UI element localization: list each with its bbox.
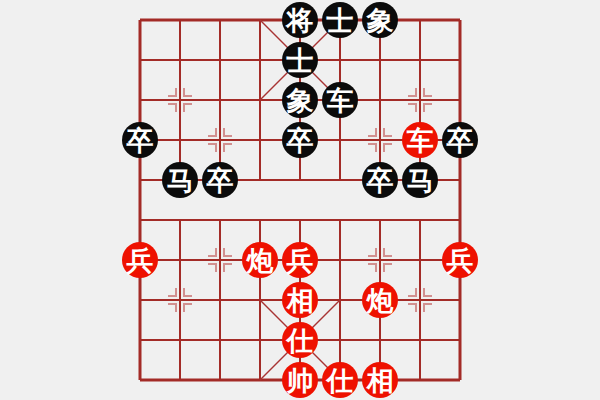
piece-red-pawn[interactable]: 兵 bbox=[442, 242, 478, 278]
piece-red-cannon[interactable]: 炮 bbox=[362, 282, 398, 318]
piece-black-elephant[interactable]: 象 bbox=[362, 2, 398, 38]
piece-black-chariot[interactable]: 车 bbox=[322, 82, 358, 118]
piece-layer: 将士象士象车卒卒车卒马卒卒马兵炮兵兵相炮仕帅仕相 bbox=[120, 0, 480, 400]
piece-black-pawn[interactable]: 卒 bbox=[282, 122, 318, 158]
xiangqi-app-window: 将士象士象车卒卒车卒马卒卒马兵炮兵兵相炮仕帅仕相 bbox=[0, 0, 600, 400]
piece-black-elephant[interactable]: 象 bbox=[282, 82, 318, 118]
piece-red-advisor[interactable]: 仕 bbox=[322, 362, 358, 398]
piece-red-pawn[interactable]: 兵 bbox=[282, 242, 318, 278]
piece-red-pawn[interactable]: 兵 bbox=[122, 242, 158, 278]
piece-black-pawn[interactable]: 卒 bbox=[202, 162, 238, 198]
piece-red-elephant[interactable]: 相 bbox=[362, 362, 398, 398]
piece-black-pawn[interactable]: 卒 bbox=[122, 122, 158, 158]
piece-black-horse[interactable]: 马 bbox=[402, 162, 438, 198]
piece-black-horse[interactable]: 马 bbox=[162, 162, 198, 198]
piece-black-advisor[interactable]: 士 bbox=[322, 2, 358, 38]
xiangqi-board: 将士象士象车卒卒车卒马卒卒马兵炮兵兵相炮仕帅仕相 bbox=[120, 0, 480, 400]
piece-black-advisor[interactable]: 士 bbox=[282, 42, 318, 78]
piece-red-general[interactable]: 帅 bbox=[282, 362, 318, 398]
piece-black-general[interactable]: 将 bbox=[282, 2, 318, 38]
piece-black-pawn[interactable]: 卒 bbox=[362, 162, 398, 198]
piece-red-cannon[interactable]: 炮 bbox=[242, 242, 278, 278]
piece-red-advisor[interactable]: 仕 bbox=[282, 322, 318, 358]
piece-black-pawn[interactable]: 卒 bbox=[442, 122, 478, 158]
piece-red-elephant[interactable]: 相 bbox=[282, 282, 318, 318]
piece-red-chariot[interactable]: 车 bbox=[402, 122, 438, 158]
